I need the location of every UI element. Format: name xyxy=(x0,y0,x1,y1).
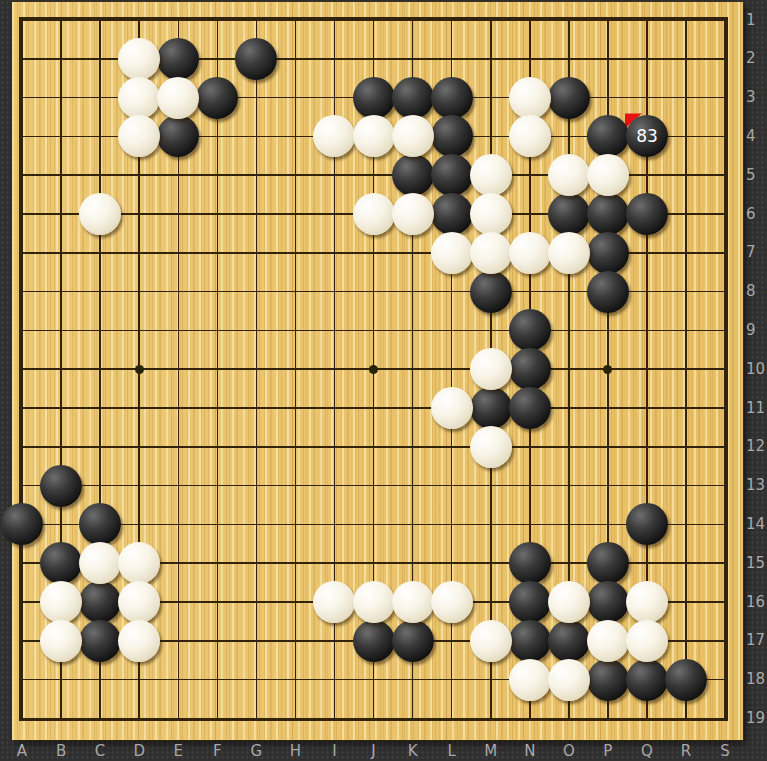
stone-black-E2 xyxy=(157,38,199,80)
stone-white-M12 xyxy=(470,426,512,468)
stone-black-B13 xyxy=(40,465,82,507)
stone-black-P16 xyxy=(587,581,629,623)
stone-white-D16 xyxy=(118,581,160,623)
column-label-H: H xyxy=(283,743,307,760)
row-label-3: 3 xyxy=(746,89,767,106)
stone-white-M7 xyxy=(470,232,512,274)
column-label-D: D xyxy=(127,743,151,760)
stone-black-P8 xyxy=(587,271,629,313)
column-label-E: E xyxy=(166,743,190,760)
stone-black-N9 xyxy=(509,309,551,351)
row-label-18: 18 xyxy=(746,671,767,688)
stone-black-F3 xyxy=(196,77,238,119)
column-label-J: J xyxy=(362,743,386,760)
column-label-G: G xyxy=(244,743,268,760)
column-label-N: N xyxy=(518,743,542,760)
column-label-M: M xyxy=(479,743,503,760)
row-label-7: 7 xyxy=(746,244,767,261)
row-label-10: 10 xyxy=(746,361,767,378)
stone-white-D2 xyxy=(118,38,160,80)
stone-white-B17 xyxy=(40,620,82,662)
stone-white-L7 xyxy=(431,232,473,274)
stone-white-M5 xyxy=(470,154,512,196)
stone-black-L5 xyxy=(431,154,473,196)
stone-black-C16 xyxy=(79,581,121,623)
stone-white-L11 xyxy=(431,387,473,429)
star-point-D10 xyxy=(135,365,144,374)
stone-white-D3 xyxy=(118,77,160,119)
stone-white-O16 xyxy=(548,581,590,623)
stone-white-L16 xyxy=(431,581,473,623)
stone-black-P4 xyxy=(587,115,629,157)
stone-black-N16 xyxy=(509,581,551,623)
stone-white-M17 xyxy=(470,620,512,662)
stone-white-J4 xyxy=(353,115,395,157)
stone-white-M6 xyxy=(470,193,512,235)
column-label-L: L xyxy=(440,743,464,760)
stone-white-J6 xyxy=(353,193,395,235)
stone-black-L3 xyxy=(431,77,473,119)
stone-white-D17 xyxy=(118,620,160,662)
stone-white-O5 xyxy=(548,154,590,196)
stone-white-P5 xyxy=(587,154,629,196)
stone-white-E3 xyxy=(157,77,199,119)
stone-black-N11 xyxy=(509,387,551,429)
stone-black-B15 xyxy=(40,542,82,584)
move-number-label: 83 xyxy=(636,128,658,145)
row-label-13: 13 xyxy=(746,477,767,494)
column-label-Q: Q xyxy=(635,743,659,760)
row-label-19: 19 xyxy=(746,710,767,727)
column-label-P: P xyxy=(596,743,620,760)
row-label-16: 16 xyxy=(746,594,767,611)
row-label-11: 11 xyxy=(746,400,767,417)
stone-black-P6 xyxy=(587,193,629,235)
stone-white-N18 xyxy=(509,659,551,701)
stone-white-O7 xyxy=(548,232,590,274)
row-label-15: 15 xyxy=(746,555,767,572)
row-label-17: 17 xyxy=(746,632,767,649)
column-label-A: A xyxy=(10,743,34,760)
stone-black-L6 xyxy=(431,193,473,235)
column-label-B: B xyxy=(49,743,73,760)
row-label-6: 6 xyxy=(746,206,767,223)
stone-black-R18 xyxy=(665,659,707,701)
stone-black-C17 xyxy=(79,620,121,662)
column-label-I: I xyxy=(322,743,346,760)
stone-white-C15 xyxy=(79,542,121,584)
stone-black-O17 xyxy=(548,620,590,662)
stone-black-K3 xyxy=(392,77,434,119)
column-label-R: R xyxy=(674,743,698,760)
stone-white-K16 xyxy=(392,581,434,623)
stone-white-K4 xyxy=(392,115,434,157)
stone-black-M8 xyxy=(470,271,512,313)
stone-white-N3 xyxy=(509,77,551,119)
row-label-2: 2 xyxy=(746,50,767,67)
stone-black-O6 xyxy=(548,193,590,235)
column-label-C: C xyxy=(88,743,112,760)
column-label-F: F xyxy=(205,743,229,760)
stone-white-J16 xyxy=(353,581,395,623)
stone-black-Q6 xyxy=(626,193,668,235)
stone-black-N15 xyxy=(509,542,551,584)
stone-black-N17 xyxy=(509,620,551,662)
stone-black-K5 xyxy=(392,154,434,196)
column-label-S: S xyxy=(713,743,737,760)
stone-black-J17 xyxy=(353,620,395,662)
stone-white-B16 xyxy=(40,581,82,623)
row-label-8: 8 xyxy=(746,283,767,300)
go-app: 83 ABCDEFGHIJKLMNOPQRS 12345678910111213… xyxy=(0,0,767,761)
stone-white-M10 xyxy=(470,348,512,390)
stone-white-P17 xyxy=(587,620,629,662)
stone-black-O3 xyxy=(548,77,590,119)
stone-white-K6 xyxy=(392,193,434,235)
stone-black-P18 xyxy=(587,659,629,701)
stone-black-G2 xyxy=(235,38,277,80)
stone-black-K17 xyxy=(392,620,434,662)
row-label-12: 12 xyxy=(746,438,767,455)
stone-black-P15 xyxy=(587,542,629,584)
stone-black-Q18 xyxy=(626,659,668,701)
column-label-O: O xyxy=(557,743,581,760)
star-point-J10 xyxy=(369,365,378,374)
stone-white-N4 xyxy=(509,115,551,157)
stone-white-N7 xyxy=(509,232,551,274)
stone-white-Q17 xyxy=(626,620,668,662)
stone-white-O18 xyxy=(548,659,590,701)
stone-black-P7 xyxy=(587,232,629,274)
stone-black-N10 xyxy=(509,348,551,390)
stone-white-C6 xyxy=(79,193,121,235)
column-label-K: K xyxy=(401,743,425,760)
row-label-1: 1 xyxy=(746,12,767,29)
row-label-4: 4 xyxy=(746,128,767,145)
stone-black-M11 xyxy=(470,387,512,429)
row-label-5: 5 xyxy=(746,167,767,184)
stone-black-J3 xyxy=(353,77,395,119)
stone-black-L4 xyxy=(431,115,473,157)
stone-white-Q16 xyxy=(626,581,668,623)
row-label-9: 9 xyxy=(746,322,767,339)
row-label-14: 14 xyxy=(746,516,767,533)
